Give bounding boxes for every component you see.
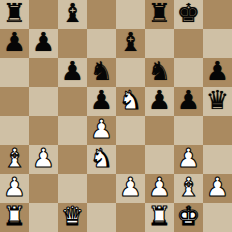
square-f6[interactable]: ♞ [145, 58, 174, 87]
square-d7[interactable] [87, 29, 116, 58]
piece-black-bishop: ♝ [61, 0, 84, 28]
square-c3[interactable] [58, 145, 87, 174]
square-a6[interactable] [0, 58, 29, 87]
square-g2[interactable]: ♝ [174, 174, 203, 203]
square-f7[interactable] [145, 29, 174, 58]
piece-white-bishop: ♝ [3, 145, 26, 173]
square-a4[interactable] [0, 116, 29, 145]
piece-black-pawn: ♟ [3, 29, 26, 57]
piece-black-rook: ♜ [148, 0, 171, 28]
piece-black-queen: ♛ [206, 87, 229, 115]
square-h8[interactable] [203, 0, 232, 29]
square-a7[interactable]: ♟ [0, 29, 29, 58]
piece-black-pawn: ♟ [32, 29, 55, 57]
piece-black-rook: ♜ [3, 0, 26, 28]
square-c8[interactable]: ♝ [58, 0, 87, 29]
square-e5[interactable]: ♞ [116, 87, 145, 116]
square-h5[interactable]: ♛ [203, 87, 232, 116]
square-a2[interactable]: ♟ [0, 174, 29, 203]
chess-board: ♜♝♜♚♟♟♝♟♞♞♟♟♞♟♟♛♟♝♟♞♟♟♟♟♝♟♜♛♜♚ [0, 0, 232, 232]
square-e7[interactable]: ♝ [116, 29, 145, 58]
square-f1[interactable]: ♜ [145, 203, 174, 232]
piece-black-bishop: ♝ [119, 29, 142, 57]
square-b3[interactable]: ♟ [29, 145, 58, 174]
piece-white-pawn: ♟ [119, 174, 142, 202]
piece-white-pawn: ♟ [90, 116, 113, 144]
square-e8[interactable] [116, 0, 145, 29]
square-e2[interactable]: ♟ [116, 174, 145, 203]
square-b7[interactable]: ♟ [29, 29, 58, 58]
square-f8[interactable]: ♜ [145, 0, 174, 29]
square-d5[interactable]: ♟ [87, 87, 116, 116]
square-a5[interactable] [0, 87, 29, 116]
square-h1[interactable] [203, 203, 232, 232]
piece-black-knight: ♞ [148, 58, 171, 86]
square-c5[interactable] [58, 87, 87, 116]
piece-black-pawn: ♟ [148, 87, 171, 115]
piece-white-knight: ♞ [90, 145, 113, 173]
piece-white-bishop: ♝ [177, 174, 200, 202]
square-f2[interactable]: ♟ [145, 174, 174, 203]
square-d1[interactable] [87, 203, 116, 232]
square-h2[interactable]: ♟ [203, 174, 232, 203]
square-b2[interactable] [29, 174, 58, 203]
square-c4[interactable] [58, 116, 87, 145]
square-g1[interactable]: ♚ [174, 203, 203, 232]
square-b8[interactable] [29, 0, 58, 29]
square-d6[interactable]: ♞ [87, 58, 116, 87]
piece-white-pawn: ♟ [3, 174, 26, 202]
square-g5[interactable]: ♟ [174, 87, 203, 116]
piece-black-pawn: ♟ [177, 87, 200, 115]
square-a8[interactable]: ♜ [0, 0, 29, 29]
square-b6[interactable] [29, 58, 58, 87]
square-f5[interactable]: ♟ [145, 87, 174, 116]
piece-white-pawn: ♟ [32, 145, 55, 173]
square-e6[interactable] [116, 58, 145, 87]
square-a3[interactable]: ♝ [0, 145, 29, 174]
square-g6[interactable] [174, 58, 203, 87]
piece-black-pawn: ♟ [90, 87, 113, 115]
piece-white-king: ♚ [177, 203, 200, 231]
square-f3[interactable] [145, 145, 174, 174]
piece-black-king: ♚ [177, 0, 200, 28]
piece-white-pawn: ♟ [177, 145, 200, 173]
square-d3[interactable]: ♞ [87, 145, 116, 174]
square-c2[interactable] [58, 174, 87, 203]
square-b5[interactable] [29, 87, 58, 116]
square-d4[interactable]: ♟ [87, 116, 116, 145]
piece-white-pawn: ♟ [206, 174, 229, 202]
square-e3[interactable] [116, 145, 145, 174]
square-e1[interactable] [116, 203, 145, 232]
square-g7[interactable] [174, 29, 203, 58]
piece-white-knight: ♞ [119, 87, 142, 115]
piece-black-pawn: ♟ [206, 58, 229, 86]
square-b1[interactable] [29, 203, 58, 232]
square-b4[interactable] [29, 116, 58, 145]
piece-white-rook: ♜ [3, 203, 26, 231]
square-d2[interactable] [87, 174, 116, 203]
square-h4[interactable] [203, 116, 232, 145]
square-c6[interactable]: ♟ [58, 58, 87, 87]
piece-black-pawn: ♟ [61, 58, 84, 86]
piece-white-rook: ♜ [148, 203, 171, 231]
square-a1[interactable]: ♜ [0, 203, 29, 232]
square-d8[interactable] [87, 0, 116, 29]
square-h3[interactable] [203, 145, 232, 174]
square-g4[interactable] [174, 116, 203, 145]
piece-white-pawn: ♟ [148, 174, 171, 202]
piece-black-knight: ♞ [90, 58, 113, 86]
square-g8[interactable]: ♚ [174, 0, 203, 29]
square-g3[interactable]: ♟ [174, 145, 203, 174]
square-f4[interactable] [145, 116, 174, 145]
square-h7[interactable] [203, 29, 232, 58]
piece-white-queen: ♛ [61, 203, 84, 231]
square-c7[interactable] [58, 29, 87, 58]
square-e4[interactable] [116, 116, 145, 145]
square-h6[interactable]: ♟ [203, 58, 232, 87]
square-c1[interactable]: ♛ [58, 203, 87, 232]
